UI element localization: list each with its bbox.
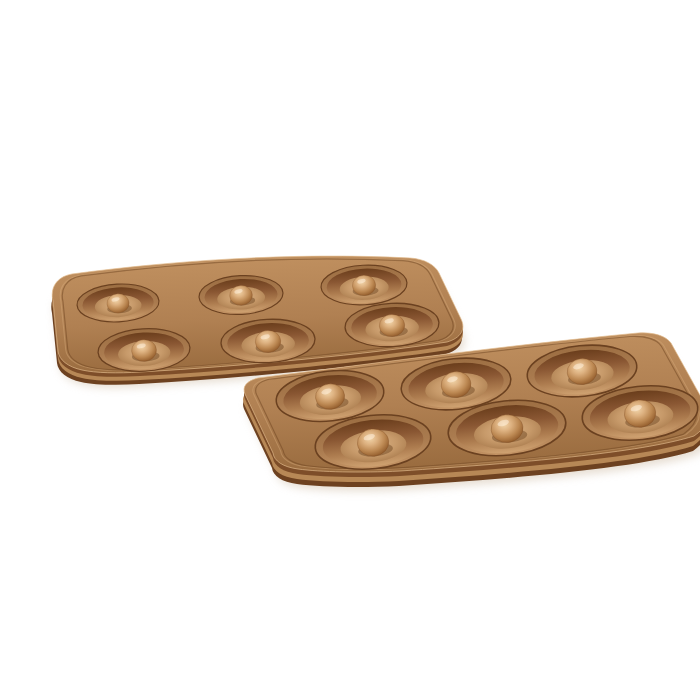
product-image <box>40 16 700 700</box>
product-photo <box>40 16 700 700</box>
